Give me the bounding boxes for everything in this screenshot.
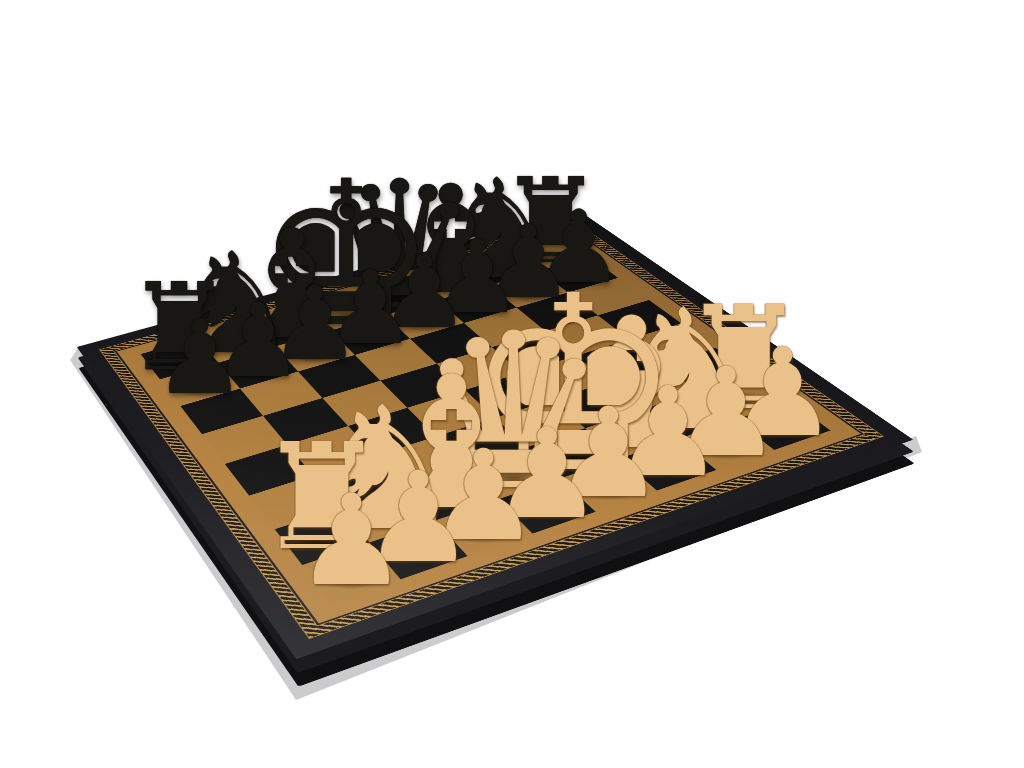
square-b2 [340,487,434,542]
square-d4 [407,390,495,436]
square-g2 [642,392,735,439]
square-g1 [678,420,774,470]
square-b1 [370,521,468,580]
square-e1 [560,458,657,511]
square-c4 [348,408,436,456]
square-a4 [225,445,313,496]
square-h2 [698,374,790,420]
square-a5 [202,416,287,464]
square-c1 [435,499,533,556]
square-a1 [302,542,400,603]
square-b5 [263,398,348,445]
square-f3 [552,382,642,428]
square-f2 [585,410,678,459]
square-a2 [275,508,370,565]
square-e2 [526,428,619,478]
square-c2 [404,467,498,521]
square-f1 [620,439,716,491]
square-d2 [466,447,560,499]
square-e3 [495,400,585,448]
square-h1 [735,401,831,450]
square-c3 [375,436,466,487]
square-b3 [313,456,404,508]
square-d1 [498,479,595,534]
chess-set-photo: ♜♞♟♝♟♛♟♚♟♝♟♞♟♜♟♟♜♞♟♝♟♚♟♛♟♝♟♞♟♜♟♟ [0,0,1024,768]
board-field [141,237,831,603]
rope-strip-bottom [305,431,883,638]
square-b4 [287,426,375,475]
chess-board-3d [77,210,914,660]
square-d3 [436,418,527,467]
square-a3 [249,475,340,529]
